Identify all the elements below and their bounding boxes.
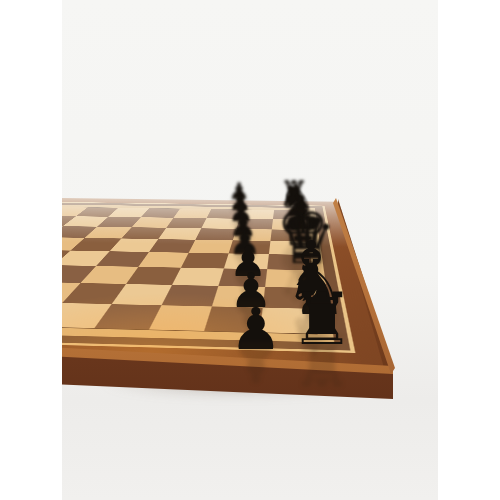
knight-reflection: ♞ [275,203,319,247]
piece-pawn-b7: ♟♟ [227,266,275,314]
pawn-glyph: ♟ [227,266,275,314]
piece-bishop-c8: ♝♝ [280,233,342,295]
queen-reflection: ♛ [274,244,340,310]
pawn-glyph: ♟ [228,210,259,241]
piece-king-e8: ♚♚ [274,196,332,254]
piece-knight-g8: ♞♞ [275,179,319,223]
queen-glyph: ♛ [274,208,340,274]
pawn-reflection: ♟ [227,244,263,280]
product-photo-canvas: ♟♟♜♜♟♟♞♞♟♟♝♝♟♟♚♚♟♟♛♛♟♟♝♝♟♟♞♞♜♜♟♟ [0,0,500,500]
knight-glyph: ♞ [280,253,352,325]
king-reflection: ♚ [274,228,332,286]
pawn-glyph: ♟ [227,241,269,283]
bishop-reflection: ♝ [276,215,324,263]
rook-reflection: ♜ [277,196,311,230]
rook-glyph: ♜ [277,176,311,210]
pawn-reflection: ♟ [227,214,255,242]
photo-content: ♟♟♜♜♟♟♞♞♟♟♝♝♟♟♚♚♟♟♛♛♟♟♝♝♟♟♞♞♜♜♟♟ [62,0,438,500]
pawn-reflection: ♟ [227,265,269,307]
pawn-glyph: ♟ [228,180,251,203]
piece-pawn-a7: ♟♟ [227,300,285,358]
pawn-reflection: ♟ [227,292,275,340]
king-glyph: ♚ [274,196,332,254]
pawn-glyph: ♟ [227,198,255,226]
piece-bishop-f8: ♝♝ [276,189,324,237]
pawn-glyph: ♟ [227,224,263,260]
piece-pawn-h7: ♟♟ [228,180,251,203]
bishop-reflection: ♝ [280,267,342,329]
pawn-glyph: ♟ [227,300,285,358]
piece-rook-a8: ♜♜ [286,283,358,355]
piece-pawn-e7: ♟♟ [228,210,259,241]
pawn-glyph: ♟ [228,189,253,214]
pawn-reflection: ♟ [227,332,285,390]
photo-area: ♟♟♜♜♟♟♞♞♟♟♝♝♟♟♚♚♟♟♛♛♟♟♝♝♟♟♞♞♜♜♟♟ [62,0,438,500]
rook-glyph: ♜ [286,283,358,355]
piece-pawn-d7: ♟♟ [227,224,263,260]
piece-rook-h8: ♜♜ [277,176,311,210]
knight-reflection: ♞ [280,293,352,365]
pawn-reflection: ♟ [228,203,253,228]
pieces-layer: ♟♟♜♜♟♟♞♞♟♟♝♝♟♟♚♚♟♟♛♛♟♟♝♝♟♟♞♞♜♜♟♟ [62,0,438,500]
bishop-glyph: ♝ [280,233,342,295]
knight-glyph: ♞ [275,179,319,223]
piece-pawn-f7: ♟♟ [227,198,255,226]
piece-queen-d8: ♛♛ [274,208,340,274]
pawn-reflection: ♟ [228,193,251,216]
piece-knight-b8: ♞♞ [280,253,352,325]
pawn-reflection: ♟ [228,227,259,258]
bishop-glyph: ♝ [276,189,324,237]
rook-reflection: ♜ [286,323,358,395]
piece-pawn-g7: ♟♟ [228,189,253,214]
piece-pawn-c7: ♟♟ [227,241,269,283]
